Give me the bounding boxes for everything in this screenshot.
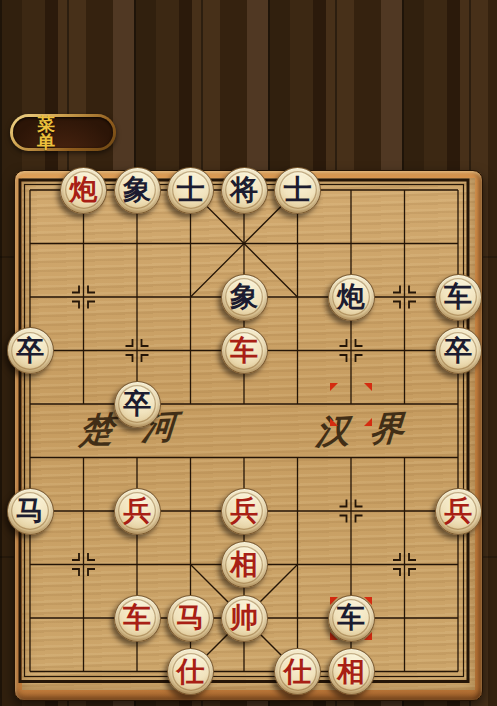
red-soldier[interactable]: 兵 [114,488,161,535]
black-elephant-glyph: 象 [230,283,258,311]
black-advisor-glyph: 士 [284,176,312,204]
red-chariot[interactable]: 车 [221,327,268,374]
black-soldier-glyph: 卒 [16,337,44,365]
black-soldier[interactable]: 卒 [435,327,482,374]
black-elephant-glyph: 象 [123,176,151,204]
menu-button-label: 菜单 [13,115,113,151]
red-cannon[interactable]: 炮 [60,167,107,214]
red-horse[interactable]: 马 [167,595,214,642]
black-chariot[interactable]: 车 [328,595,375,642]
red-horse-glyph: 马 [177,604,205,632]
black-chariot[interactable]: 车 [435,274,482,321]
black-advisor[interactable]: 士 [274,167,321,214]
red-elephant[interactable]: 相 [328,648,375,695]
red-advisor[interactable]: 仕 [167,648,214,695]
black-advisor[interactable]: 士 [167,167,214,214]
black-soldier-glyph: 卒 [123,390,151,418]
red-advisor-glyph: 仕 [284,658,312,686]
red-general[interactable]: 帅 [221,595,268,642]
red-soldier-glyph: 兵 [230,497,258,525]
red-chariot[interactable]: 车 [114,595,161,642]
game-screen: 菜单 楚河 汉界 炮象士将士象炮车卒车卒卒马兵兵兵相车马帅车仕仕相 [0,0,497,706]
black-advisor-glyph: 士 [177,176,205,204]
red-chariot-glyph: 车 [230,337,258,365]
black-general-glyph: 将 [230,176,258,204]
black-horse-glyph: 马 [16,497,44,525]
menu-button[interactable]: 菜单 [10,114,116,151]
black-soldier-glyph: 卒 [444,337,472,365]
red-soldier[interactable]: 兵 [221,488,268,535]
black-soldier[interactable]: 卒 [7,327,54,374]
red-elephant-glyph: 相 [230,551,258,579]
red-elephant[interactable]: 相 [221,541,268,588]
black-cannon[interactable]: 炮 [328,274,375,321]
black-elephant[interactable]: 象 [114,167,161,214]
black-general[interactable]: 将 [221,167,268,214]
red-soldier[interactable]: 兵 [435,488,482,535]
red-soldier-glyph: 兵 [123,497,151,525]
black-horse[interactable]: 马 [7,488,54,535]
red-elephant-glyph: 相 [337,658,365,686]
black-soldier[interactable]: 卒 [114,381,161,428]
red-general-glyph: 帅 [230,604,258,632]
black-elephant[interactable]: 象 [221,274,268,321]
red-advisor-glyph: 仕 [177,658,205,686]
red-soldier-glyph: 兵 [444,497,472,525]
black-cannon-glyph: 炮 [337,283,365,311]
red-chariot-glyph: 车 [123,604,151,632]
menu-button-face: 菜单 [13,117,113,148]
black-chariot-glyph: 车 [337,604,365,632]
black-chariot-glyph: 车 [444,283,472,311]
red-advisor[interactable]: 仕 [274,648,321,695]
red-cannon-glyph: 炮 [70,176,98,204]
